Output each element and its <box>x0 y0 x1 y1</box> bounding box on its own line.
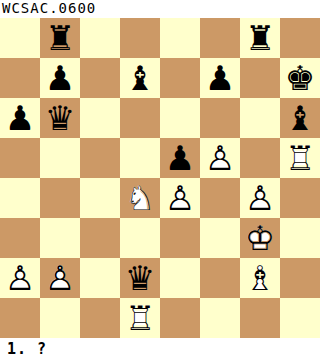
white-piece-outline-layer: ♙ <box>240 178 280 218</box>
puzzle-title: WCSAC.0600 <box>0 0 320 18</box>
square-e1[interactable] <box>160 298 200 338</box>
black-queen-icon: ♛ <box>40 98 80 138</box>
white-piece-outline-layer: ♙ <box>160 178 200 218</box>
white-piece-outline-layer: ♖ <box>280 138 320 178</box>
black-pawn-icon: ♟ <box>0 98 40 138</box>
square-b2[interactable]: ♟♙ <box>40 258 80 298</box>
white-bishop-icon: ♝♗ <box>240 258 280 298</box>
white-pawn-icon: ♟♙ <box>160 178 200 218</box>
square-f5[interactable]: ♟♙ <box>200 138 240 178</box>
white-pawn-icon: ♟♙ <box>200 138 240 178</box>
square-a2[interactable]: ♟♙ <box>0 258 40 298</box>
move-prompt: 1. ? <box>0 338 320 360</box>
square-e5[interactable]: ♟ <box>160 138 200 178</box>
square-g5[interactable] <box>240 138 280 178</box>
square-f4[interactable] <box>200 178 240 218</box>
square-h2[interactable] <box>280 258 320 298</box>
square-g2[interactable]: ♝♗ <box>240 258 280 298</box>
white-piece-outline-layer: ♘ <box>120 178 160 218</box>
square-e4[interactable]: ♟♙ <box>160 178 200 218</box>
white-knight-icon: ♞♘ <box>120 178 160 218</box>
chess-puzzle-page: WCSAC.0600 ♜♜♟♝♟♚♟♛♝♟♟♙♜♖♞♘♟♙♟♙♚♔♟♙♟♙♛♝♗… <box>0 0 320 360</box>
white-piece-outline-layer: ♙ <box>0 258 40 298</box>
square-e7[interactable] <box>160 58 200 98</box>
square-b4[interactable] <box>40 178 80 218</box>
square-d5[interactable] <box>120 138 160 178</box>
square-f7[interactable]: ♟ <box>200 58 240 98</box>
square-a5[interactable] <box>0 138 40 178</box>
square-b5[interactable] <box>40 138 80 178</box>
square-g4[interactable]: ♟♙ <box>240 178 280 218</box>
square-h4[interactable] <box>280 178 320 218</box>
square-h6[interactable]: ♝ <box>280 98 320 138</box>
square-c2[interactable] <box>80 258 120 298</box>
white-pawn-icon: ♟♙ <box>40 258 80 298</box>
square-e8[interactable] <box>160 18 200 58</box>
square-a4[interactable] <box>0 178 40 218</box>
white-piece-outline-layer: ♙ <box>40 258 80 298</box>
square-c4[interactable] <box>80 178 120 218</box>
white-piece-outline-layer: ♙ <box>200 138 240 178</box>
square-f1[interactable] <box>200 298 240 338</box>
square-f8[interactable] <box>200 18 240 58</box>
square-f3[interactable] <box>200 218 240 258</box>
white-piece-outline-layer: ♗ <box>240 258 280 298</box>
black-pawn-icon: ♟ <box>160 138 200 178</box>
square-a1[interactable] <box>0 298 40 338</box>
square-c5[interactable] <box>80 138 120 178</box>
square-g3[interactable]: ♚♔ <box>240 218 280 258</box>
square-h7[interactable]: ♚ <box>280 58 320 98</box>
square-c7[interactable] <box>80 58 120 98</box>
square-e3[interactable] <box>160 218 200 258</box>
square-c8[interactable] <box>80 18 120 58</box>
chess-board: ♜♜♟♝♟♚♟♛♝♟♟♙♜♖♞♘♟♙♟♙♚♔♟♙♟♙♛♝♗♜♖ <box>0 18 320 338</box>
black-rook-icon: ♜ <box>40 18 80 58</box>
black-bishop-icon: ♝ <box>120 58 160 98</box>
square-a7[interactable] <box>0 58 40 98</box>
white-piece-outline-layer: ♖ <box>120 298 160 338</box>
square-a8[interactable] <box>0 18 40 58</box>
black-rook-icon: ♜ <box>240 18 280 58</box>
square-f6[interactable] <box>200 98 240 138</box>
square-a3[interactable] <box>0 218 40 258</box>
square-d6[interactable] <box>120 98 160 138</box>
square-b8[interactable]: ♜ <box>40 18 80 58</box>
white-pawn-icon: ♟♙ <box>0 258 40 298</box>
square-d7[interactable]: ♝ <box>120 58 160 98</box>
square-g6[interactable] <box>240 98 280 138</box>
square-c6[interactable] <box>80 98 120 138</box>
square-e6[interactable] <box>160 98 200 138</box>
square-c1[interactable] <box>80 298 120 338</box>
square-d8[interactable] <box>120 18 160 58</box>
white-rook-icon: ♜♖ <box>280 138 320 178</box>
black-queen-icon: ♛ <box>120 258 160 298</box>
white-rook-icon: ♜♖ <box>120 298 160 338</box>
black-king-icon: ♚ <box>280 58 320 98</box>
square-d2[interactable]: ♛ <box>120 258 160 298</box>
white-king-icon: ♚♔ <box>240 218 280 258</box>
square-b6[interactable]: ♛ <box>40 98 80 138</box>
square-b3[interactable] <box>40 218 80 258</box>
square-a6[interactable]: ♟ <box>0 98 40 138</box>
square-h3[interactable] <box>280 218 320 258</box>
white-pawn-icon: ♟♙ <box>240 178 280 218</box>
white-piece-outline-layer: ♔ <box>240 218 280 258</box>
square-h1[interactable] <box>280 298 320 338</box>
square-g1[interactable] <box>240 298 280 338</box>
square-g8[interactable]: ♜ <box>240 18 280 58</box>
square-d4[interactable]: ♞♘ <box>120 178 160 218</box>
square-d3[interactable] <box>120 218 160 258</box>
square-h8[interactable] <box>280 18 320 58</box>
square-d1[interactable]: ♜♖ <box>120 298 160 338</box>
square-b7[interactable]: ♟ <box>40 58 80 98</box>
black-bishop-icon: ♝ <box>280 98 320 138</box>
square-h5[interactable]: ♜♖ <box>280 138 320 178</box>
square-e2[interactable] <box>160 258 200 298</box>
square-g7[interactable] <box>240 58 280 98</box>
black-pawn-icon: ♟ <box>40 58 80 98</box>
square-c3[interactable] <box>80 218 120 258</box>
square-f2[interactable] <box>200 258 240 298</box>
black-pawn-icon: ♟ <box>200 58 240 98</box>
square-b1[interactable] <box>40 298 80 338</box>
